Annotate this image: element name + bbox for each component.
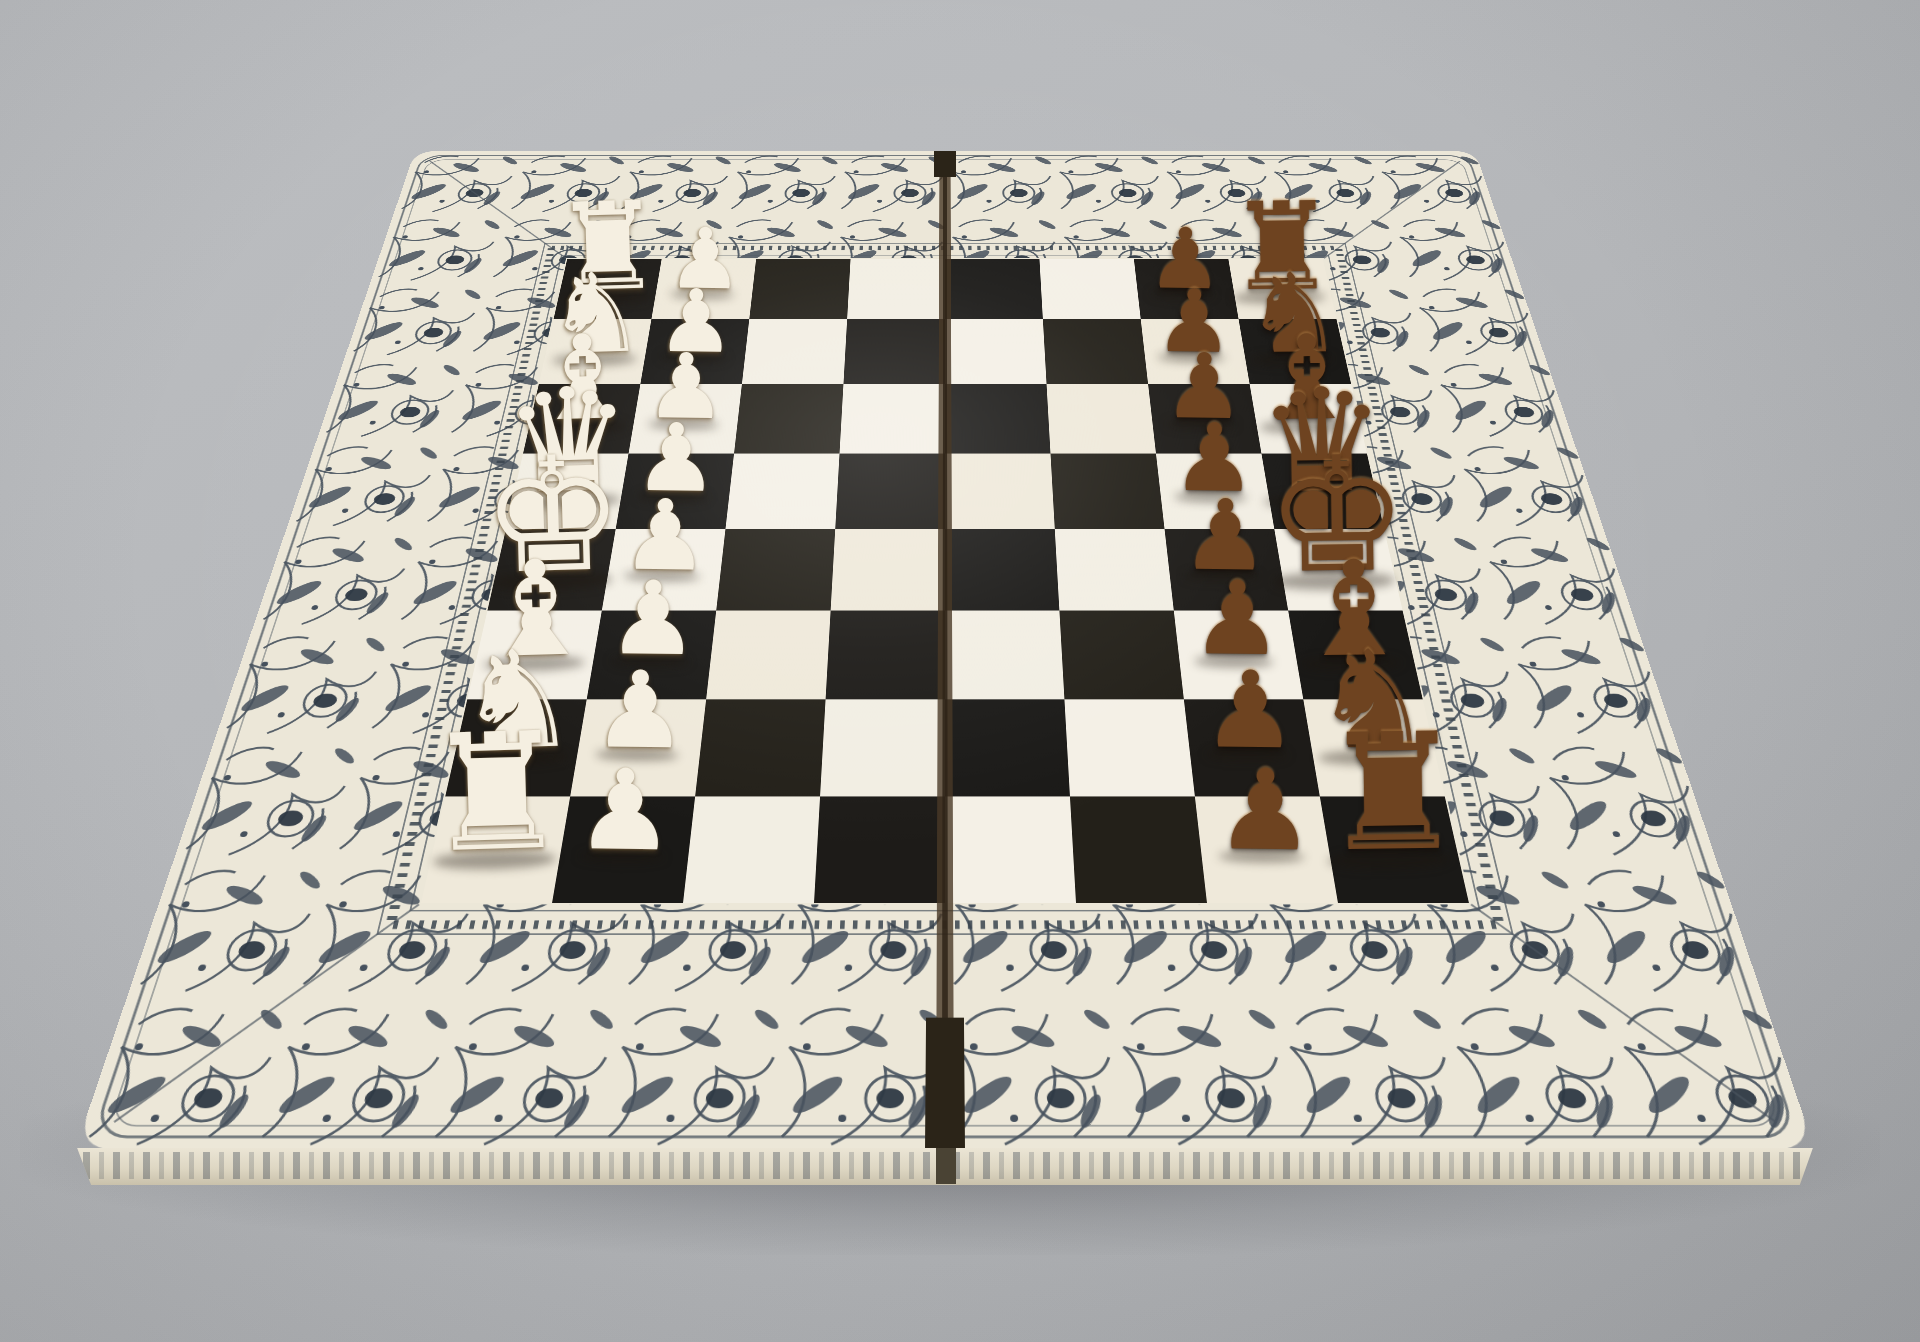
front-edge-hinge-gap — [936, 1148, 956, 1184]
hinge-slot-bottom — [925, 1018, 965, 1150]
photo-background: ♜♞♝♛♚♝♞♜♟♟♟♟♟♟♟♟♟♟♟♟♟♟♟♟♜♞♝♛♚♝♞♜ — [0, 0, 1920, 1342]
hinge-slot-top — [934, 151, 956, 177]
